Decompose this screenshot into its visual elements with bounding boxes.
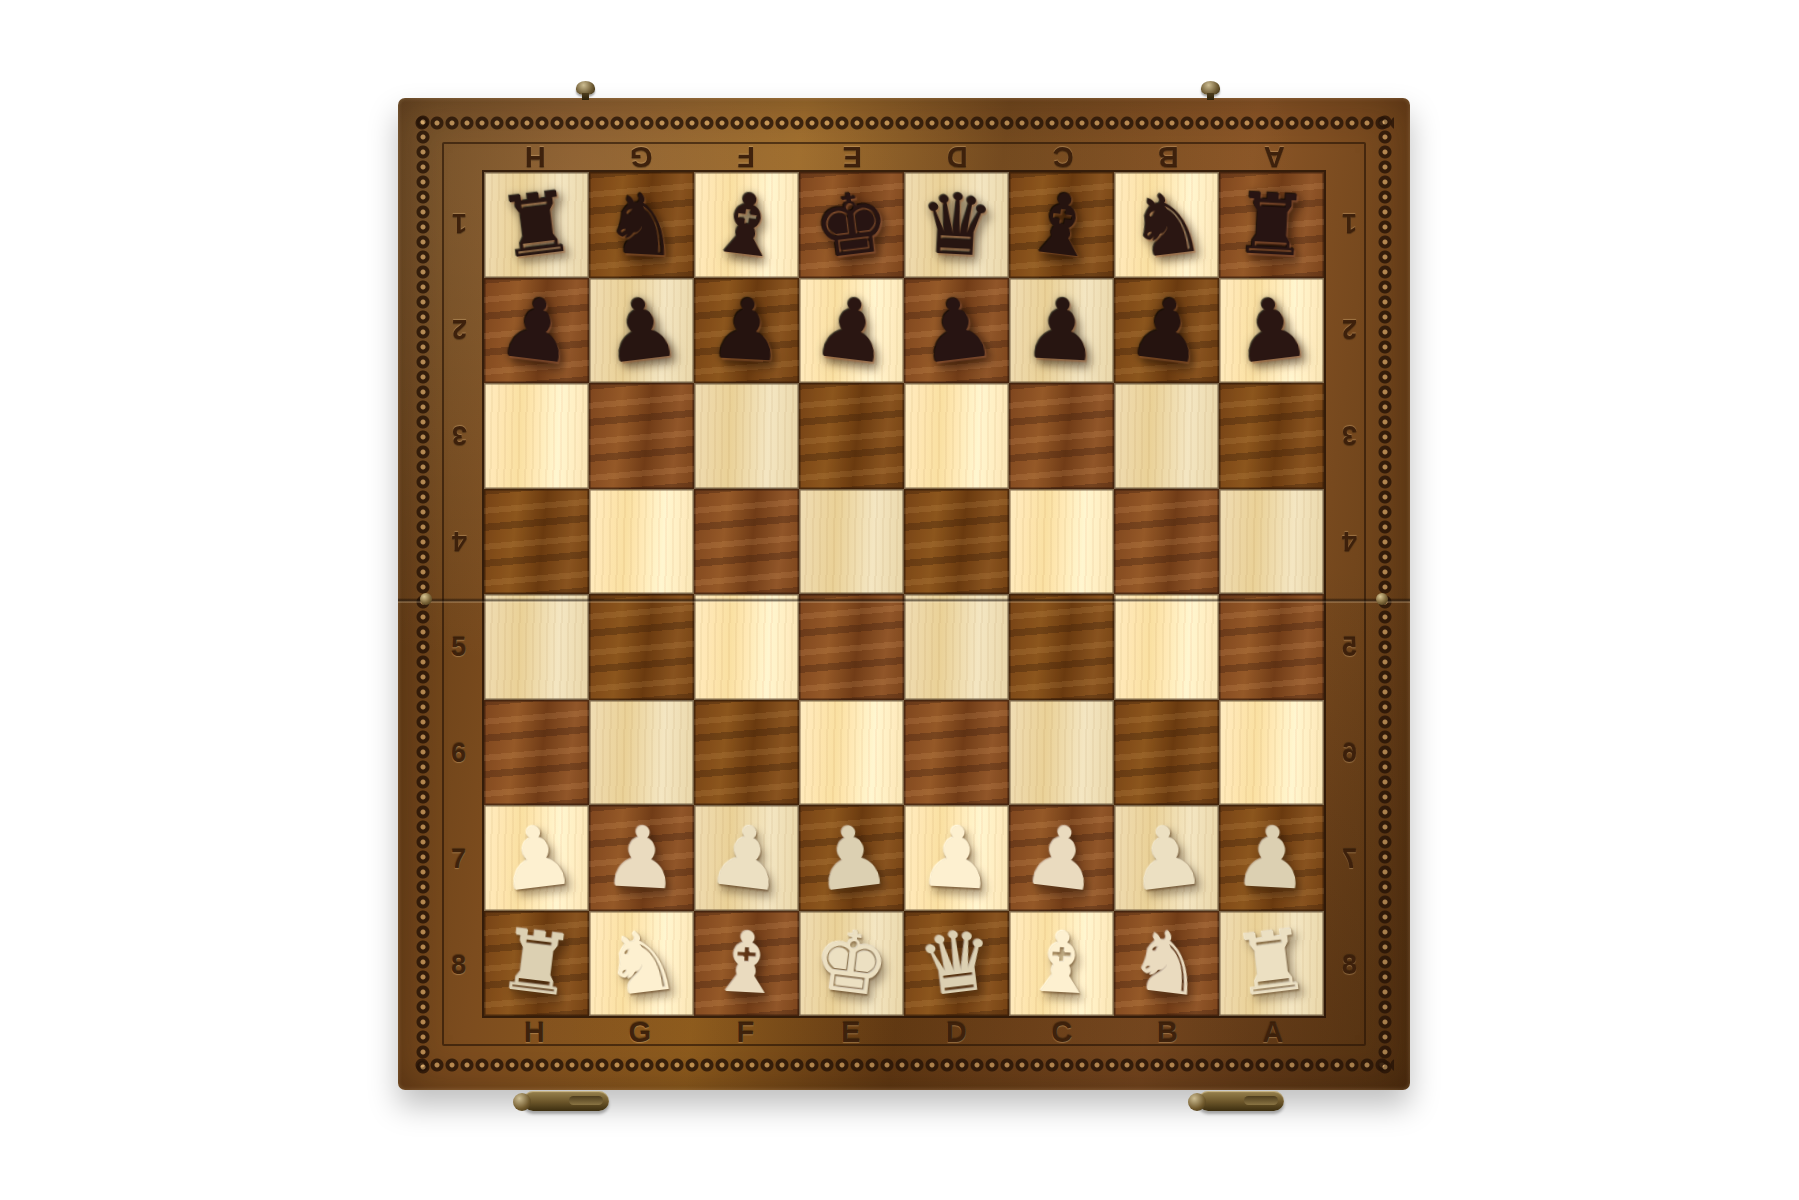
- square-g7: ♟: [589, 805, 694, 911]
- square-f5: [694, 594, 799, 700]
- square-e3: [799, 383, 904, 489]
- piece-white-pawn: ♟: [1232, 814, 1312, 902]
- piece-black-king: ♚: [809, 178, 894, 271]
- rank-label-8: 8: [442, 912, 476, 1018]
- square-h3: [484, 383, 589, 489]
- piece-white-pawn: ♟: [602, 814, 682, 902]
- file-label-a: A: [1221, 1016, 1327, 1049]
- piece-white-pawn: ♟: [1124, 811, 1209, 904]
- piece-black-pawn: ♟: [809, 284, 894, 377]
- squares-grid: ♜♞♝♚♛♝♞♜♟♟♟♟♟♟♟♟♟♟♟♟♟♟♟♟♜♞♝♚♛♝♞♜: [482, 170, 1326, 1018]
- rank-label-3: 3: [1332, 382, 1366, 488]
- rope-border-bottom: [414, 1056, 1394, 1074]
- piece-white-knight: ♞: [1124, 917, 1209, 1010]
- square-f8: ♝: [694, 911, 799, 1017]
- rank-label-6: 6: [442, 700, 476, 806]
- rank-label-6: 6: [1332, 700, 1366, 806]
- square-c1: ♝: [1009, 172, 1114, 278]
- square-e4: [799, 489, 904, 595]
- square-c7: ♟: [1009, 805, 1114, 911]
- square-g1: ♞: [589, 172, 694, 278]
- rank-label-5: 5: [1332, 594, 1366, 700]
- square-g4: [589, 489, 694, 595]
- square-d5: [904, 594, 1009, 700]
- square-d1: ♛: [904, 172, 1009, 278]
- piece-white-rook: ♜: [1229, 917, 1314, 1010]
- square-a4: [1219, 489, 1324, 595]
- file-label-c: C: [1010, 140, 1116, 173]
- rank-label-7: 7: [442, 806, 476, 912]
- square-e5: [799, 594, 904, 700]
- hinge-knob-left: [576, 81, 595, 95]
- square-f3: [694, 383, 799, 489]
- square-a1: ♜: [1219, 172, 1324, 278]
- square-g8: ♞: [589, 911, 694, 1017]
- square-d2: ♟: [904, 278, 1009, 384]
- rank-label-1: 1: [1332, 170, 1366, 276]
- file-label-b: B: [1115, 1016, 1221, 1049]
- square-g6: [589, 700, 694, 806]
- square-e1: ♚: [799, 172, 904, 278]
- square-e8: ♚: [799, 911, 904, 1017]
- chess-board: HGFEDCBA 12345678 12345678 HGFEDCBA ♜♞♝♚…: [398, 98, 1410, 1090]
- piece-white-rook: ♜: [494, 917, 579, 1010]
- square-b2: ♟: [1114, 278, 1219, 384]
- file-label-g: G: [588, 1016, 694, 1049]
- clasp-latch-left: [523, 1091, 609, 1111]
- file-label-f: F: [693, 140, 799, 173]
- file-label-e: E: [799, 140, 905, 173]
- piece-black-pawn: ♟: [707, 286, 787, 374]
- square-c4: [1009, 489, 1114, 595]
- file-label-h: H: [482, 140, 588, 173]
- piece-white-queen: ♛: [914, 917, 999, 1010]
- square-h6: [484, 700, 589, 806]
- square-g5: [589, 594, 694, 700]
- piece-white-bishop: ♝: [1022, 919, 1102, 1007]
- square-c2: ♟: [1009, 278, 1114, 384]
- file-labels-top: HGFEDCBA: [482, 140, 1326, 170]
- square-a6: [1219, 700, 1324, 806]
- square-d6: [904, 700, 1009, 806]
- square-g3: [589, 383, 694, 489]
- rank-label-5: 5: [442, 594, 476, 700]
- square-d4: [904, 489, 1009, 595]
- clasp-latch-right: [1198, 1091, 1284, 1111]
- rank-labels-left: 12345678: [442, 170, 476, 1018]
- piece-white-bishop: ♝: [707, 919, 787, 1007]
- square-b1: ♞: [1114, 172, 1219, 278]
- square-f6: [694, 700, 799, 806]
- piece-black-pawn: ♟: [599, 284, 684, 377]
- square-d3: [904, 383, 1009, 489]
- square-a5: [1219, 594, 1324, 700]
- square-b6: [1114, 700, 1219, 806]
- rank-label-7: 7: [1332, 806, 1366, 912]
- piece-white-knight: ♞: [599, 917, 684, 1010]
- square-b8: ♞: [1114, 911, 1219, 1017]
- square-d8: ♛: [904, 911, 1009, 1017]
- piece-white-pawn: ♟: [494, 811, 579, 904]
- square-a8: ♜: [1219, 911, 1324, 1017]
- square-e7: ♟: [799, 805, 904, 911]
- hinge-knob-right: [1201, 81, 1220, 95]
- file-label-c: C: [1010, 1016, 1116, 1049]
- hinge-pin-right: [1376, 593, 1388, 605]
- square-b4: [1114, 489, 1219, 595]
- studio-backdrop: HGFEDCBA 12345678 12345678 HGFEDCBA ♜♞♝♚…: [0, 0, 1799, 1200]
- file-label-a: A: [1221, 140, 1327, 173]
- square-d7: ♟: [904, 805, 1009, 911]
- square-b5: [1114, 594, 1219, 700]
- square-h4: [484, 489, 589, 595]
- piece-white-pawn: ♟: [704, 811, 789, 904]
- piece-black-pawn: ♟: [494, 284, 579, 377]
- piece-black-pawn: ♟: [1022, 286, 1102, 374]
- rank-label-4: 4: [1332, 488, 1366, 594]
- rank-label-2: 2: [442, 276, 476, 382]
- file-label-d: D: [904, 140, 1010, 173]
- square-e6: [799, 700, 904, 806]
- square-h8: ♜: [484, 911, 589, 1017]
- piece-black-pawn: ♟: [1229, 284, 1314, 377]
- square-a7: ♟: [1219, 805, 1324, 911]
- rank-labels-right: 12345678: [1332, 170, 1366, 1018]
- square-h5: [484, 594, 589, 700]
- file-label-h: H: [482, 1016, 588, 1049]
- square-c8: ♝: [1009, 911, 1114, 1017]
- file-label-e: E: [799, 1016, 905, 1049]
- square-f7: ♟: [694, 805, 799, 911]
- piece-black-rook: ♜: [494, 178, 579, 271]
- rank-label-8: 8: [1332, 912, 1366, 1018]
- square-e2: ♟: [799, 278, 904, 384]
- file-label-d: D: [904, 1016, 1010, 1049]
- piece-black-knight: ♞: [1124, 178, 1209, 271]
- square-h1: ♜: [484, 172, 589, 278]
- square-h7: ♟: [484, 805, 589, 911]
- square-b3: [1114, 383, 1219, 489]
- rank-label-2: 2: [1332, 276, 1366, 382]
- rank-label-4: 4: [442, 488, 476, 594]
- square-b7: ♟: [1114, 805, 1219, 911]
- file-label-b: B: [1115, 140, 1221, 173]
- rank-label-1: 1: [442, 170, 476, 276]
- piece-white-king: ♚: [809, 917, 894, 1010]
- piece-black-queen: ♛: [917, 181, 997, 269]
- square-f2: ♟: [694, 278, 799, 384]
- piece-black-bishop: ♝: [704, 178, 789, 271]
- piece-black-pawn: ♟: [1124, 284, 1209, 377]
- square-a3: [1219, 383, 1324, 489]
- file-label-f: F: [693, 1016, 799, 1049]
- square-f4: [694, 489, 799, 595]
- piece-white-pawn: ♟: [809, 811, 894, 904]
- file-label-g: G: [588, 140, 694, 173]
- piece-black-pawn: ♟: [914, 284, 999, 377]
- square-h2: ♟: [484, 278, 589, 384]
- piece-white-pawn: ♟: [917, 814, 997, 902]
- piece-black-knight: ♞: [602, 181, 682, 269]
- square-c5: [1009, 594, 1114, 700]
- square-g2: ♟: [589, 278, 694, 384]
- square-a2: ♟: [1219, 278, 1324, 384]
- square-c3: [1009, 383, 1114, 489]
- piece-black-bishop: ♝: [1019, 178, 1104, 271]
- rope-border-top: [414, 114, 1394, 132]
- square-f1: ♝: [694, 172, 799, 278]
- piece-white-pawn: ♟: [1019, 811, 1104, 904]
- file-labels-bottom: HGFEDCBA: [482, 1016, 1326, 1046]
- piece-black-rook: ♜: [1232, 181, 1312, 269]
- rank-label-3: 3: [442, 382, 476, 488]
- hinge-pin-left: [420, 593, 432, 605]
- square-c6: [1009, 700, 1114, 806]
